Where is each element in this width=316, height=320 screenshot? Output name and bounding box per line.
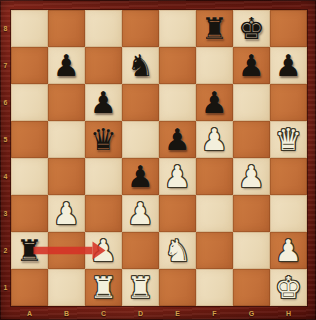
- square-e8[interactable]: [159, 10, 196, 47]
- black-pawn-c6[interactable]: ♟: [85, 84, 122, 121]
- black-pawn-h7[interactable]: ♟: [270, 47, 307, 84]
- square-a8[interactable]: [11, 10, 48, 47]
- rank-label-8: 8: [0, 25, 11, 32]
- square-a7[interactable]: [11, 47, 48, 84]
- square-f1[interactable]: [196, 269, 233, 306]
- square-e4[interactable]: ♟: [159, 158, 196, 195]
- black-king-g8[interactable]: ♚: [233, 10, 270, 47]
- rank-label-7: 7: [0, 62, 11, 69]
- white-king-h1[interactable]: ♚: [270, 269, 307, 306]
- square-a4[interactable]: [11, 158, 48, 195]
- square-g2[interactable]: [233, 232, 270, 269]
- square-h1[interactable]: ♚: [270, 269, 307, 306]
- square-f4[interactable]: [196, 158, 233, 195]
- square-b7[interactable]: ♟: [48, 47, 85, 84]
- rank-label-4: 4: [0, 173, 11, 180]
- square-a1[interactable]: [11, 269, 48, 306]
- rank-label-3: 3: [0, 210, 11, 217]
- square-d4[interactable]: ♟: [122, 158, 159, 195]
- square-b1[interactable]: [48, 269, 85, 306]
- square-c6[interactable]: ♟: [85, 84, 122, 121]
- black-pawn-g7[interactable]: ♟: [233, 47, 270, 84]
- square-c5[interactable]: ♛: [85, 121, 122, 158]
- square-h6[interactable]: [270, 84, 307, 121]
- square-d6[interactable]: [122, 84, 159, 121]
- square-g3[interactable]: [233, 195, 270, 232]
- square-c4[interactable]: [85, 158, 122, 195]
- square-e1[interactable]: [159, 269, 196, 306]
- board-frame: ♜♚♟♞♟♟♟♟♛♟♟♛♟♟♟♟♟♜♟♞♟♜♜♚ 87654321 ABCDEF…: [0, 0, 316, 320]
- square-h2[interactable]: ♟: [270, 232, 307, 269]
- black-pawn-f6[interactable]: ♟: [196, 84, 233, 121]
- square-b8[interactable]: [48, 10, 85, 47]
- square-g1[interactable]: [233, 269, 270, 306]
- white-pawn-b3[interactable]: ♟: [48, 195, 85, 232]
- square-a5[interactable]: [11, 121, 48, 158]
- black-pawn-d4[interactable]: ♟: [122, 158, 159, 195]
- white-rook-c1[interactable]: ♜: [85, 269, 122, 306]
- black-knight-d7[interactable]: ♞: [122, 47, 159, 84]
- square-c8[interactable]: [85, 10, 122, 47]
- square-d8[interactable]: [122, 10, 159, 47]
- file-label-f: F: [196, 307, 233, 320]
- square-h8[interactable]: [270, 10, 307, 47]
- file-label-b: B: [48, 307, 85, 320]
- file-label-a: A: [11, 307, 48, 320]
- square-a6[interactable]: [11, 84, 48, 121]
- square-f6[interactable]: ♟: [196, 84, 233, 121]
- rank-label-6: 6: [0, 99, 11, 106]
- square-g6[interactable]: [233, 84, 270, 121]
- black-rook-f8[interactable]: ♜: [196, 10, 233, 47]
- square-c3[interactable]: [85, 195, 122, 232]
- black-pawn-b7[interactable]: ♟: [48, 47, 85, 84]
- black-pawn-e5[interactable]: ♟: [159, 121, 196, 158]
- square-b5[interactable]: [48, 121, 85, 158]
- file-label-d: D: [122, 307, 159, 320]
- square-d5[interactable]: [122, 121, 159, 158]
- square-h5[interactable]: ♛: [270, 121, 307, 158]
- black-queen-c5[interactable]: ♛: [85, 121, 122, 158]
- square-e2[interactable]: ♞: [159, 232, 196, 269]
- black-rook-a2[interactable]: ♜: [11, 232, 48, 269]
- file-label-c: C: [85, 307, 122, 320]
- square-f5[interactable]: ♟: [196, 121, 233, 158]
- white-pawn-g4[interactable]: ♟: [233, 158, 270, 195]
- white-knight-e2[interactable]: ♞: [159, 232, 196, 269]
- square-a2[interactable]: ♜: [11, 232, 48, 269]
- chess-board: ♜♚♟♞♟♟♟♟♛♟♟♛♟♟♟♟♟♜♟♞♟♜♜♚: [11, 10, 307, 306]
- rank-label-1: 1: [0, 284, 11, 291]
- white-rook-d1[interactable]: ♜: [122, 269, 159, 306]
- square-e7[interactable]: [159, 47, 196, 84]
- square-b3[interactable]: ♟: [48, 195, 85, 232]
- square-g8[interactable]: ♚: [233, 10, 270, 47]
- square-e6[interactable]: [159, 84, 196, 121]
- rank-label-5: 5: [0, 136, 11, 143]
- file-label-g: G: [233, 307, 270, 320]
- square-c7[interactable]: [85, 47, 122, 84]
- square-c2[interactable]: ♟: [85, 232, 122, 269]
- square-b6[interactable]: [48, 84, 85, 121]
- square-b4[interactable]: [48, 158, 85, 195]
- white-pawn-d3[interactable]: ♟: [122, 195, 159, 232]
- square-e3[interactable]: [159, 195, 196, 232]
- square-h3[interactable]: [270, 195, 307, 232]
- file-label-h: H: [270, 307, 307, 320]
- square-f8[interactable]: ♜: [196, 10, 233, 47]
- square-g4[interactable]: ♟: [233, 158, 270, 195]
- square-g5[interactable]: [233, 121, 270, 158]
- white-queen-h5[interactable]: ♛: [270, 121, 307, 158]
- square-f2[interactable]: [196, 232, 233, 269]
- square-d2[interactable]: [122, 232, 159, 269]
- file-label-e: E: [159, 307, 196, 320]
- square-f3[interactable]: [196, 195, 233, 232]
- white-pawn-f5[interactable]: ♟: [196, 121, 233, 158]
- rank-label-2: 2: [0, 247, 11, 254]
- square-e5[interactable]: ♟: [159, 121, 196, 158]
- square-a3[interactable]: [11, 195, 48, 232]
- square-c1[interactable]: ♜: [85, 269, 122, 306]
- white-pawn-c2[interactable]: ♟: [85, 232, 122, 269]
- square-h4[interactable]: [270, 158, 307, 195]
- white-pawn-e4[interactable]: ♟: [159, 158, 196, 195]
- square-f7[interactable]: [196, 47, 233, 84]
- square-b2[interactable]: [48, 232, 85, 269]
- white-pawn-h2[interactable]: ♟: [270, 232, 307, 269]
- square-h7[interactable]: ♟: [270, 47, 307, 84]
- square-d3[interactable]: ♟: [122, 195, 159, 232]
- square-g7[interactable]: ♟: [233, 47, 270, 84]
- square-d1[interactable]: ♜: [122, 269, 159, 306]
- square-d7[interactable]: ♞: [122, 47, 159, 84]
